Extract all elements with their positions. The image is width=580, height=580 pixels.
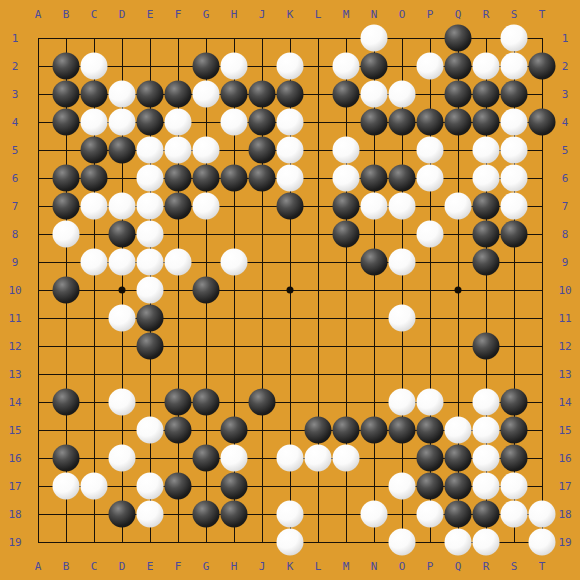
white-stone-l16[interactable] bbox=[305, 445, 332, 472]
row-label-right-11: 11 bbox=[558, 313, 571, 324]
black-stone-k7[interactable] bbox=[277, 193, 304, 220]
row-label-right-4: 4 bbox=[562, 117, 569, 128]
col-label-bottom-m: M bbox=[343, 561, 350, 572]
black-stone-f7[interactable] bbox=[165, 193, 192, 220]
black-stone-d18[interactable] bbox=[109, 501, 136, 528]
white-stone-n3[interactable] bbox=[361, 81, 388, 108]
white-stone-s4[interactable] bbox=[501, 109, 528, 136]
black-stone-m8[interactable] bbox=[333, 221, 360, 248]
white-stone-n18[interactable] bbox=[361, 501, 388, 528]
row-label-right-13: 13 bbox=[558, 369, 571, 380]
white-stone-o7[interactable] bbox=[389, 193, 416, 220]
black-stone-j14[interactable] bbox=[249, 389, 276, 416]
white-stone-d14[interactable] bbox=[109, 389, 136, 416]
col-label-bottom-f: F bbox=[175, 561, 182, 572]
white-stone-o17[interactable] bbox=[389, 473, 416, 500]
col-label-top-a: A bbox=[35, 9, 42, 20]
col-label-bottom-b: B bbox=[63, 561, 70, 572]
white-stone-k4[interactable] bbox=[277, 109, 304, 136]
row-label-right-19: 19 bbox=[558, 537, 571, 548]
black-stone-r9[interactable] bbox=[473, 249, 500, 276]
col-label-top-r: R bbox=[483, 9, 490, 20]
white-stone-k19[interactable] bbox=[277, 529, 304, 556]
white-stone-s7[interactable] bbox=[501, 193, 528, 220]
black-stone-d5[interactable] bbox=[109, 137, 136, 164]
white-stone-e17[interactable] bbox=[137, 473, 164, 500]
white-stone-c7[interactable] bbox=[81, 193, 108, 220]
black-stone-s8[interactable] bbox=[501, 221, 528, 248]
black-stone-p16[interactable] bbox=[417, 445, 444, 472]
black-stone-s15[interactable] bbox=[501, 417, 528, 444]
white-stone-m16[interactable] bbox=[333, 445, 360, 472]
white-stone-s6[interactable] bbox=[501, 165, 528, 192]
black-stone-s14[interactable] bbox=[501, 389, 528, 416]
black-stone-c6[interactable] bbox=[81, 165, 108, 192]
black-stone-r12[interactable] bbox=[473, 333, 500, 360]
black-stone-s3[interactable] bbox=[501, 81, 528, 108]
col-label-bottom-r: R bbox=[483, 561, 490, 572]
col-label-top-c: C bbox=[91, 9, 98, 20]
black-stone-o6[interactable] bbox=[389, 165, 416, 192]
row-label-right-6: 6 bbox=[562, 173, 569, 184]
white-stone-e7[interactable] bbox=[137, 193, 164, 220]
black-stone-n4[interactable] bbox=[361, 109, 388, 136]
black-stone-g18[interactable] bbox=[193, 501, 220, 528]
white-stone-k16[interactable] bbox=[277, 445, 304, 472]
row-label-right-3: 3 bbox=[562, 89, 569, 100]
black-stone-r8[interactable] bbox=[473, 221, 500, 248]
white-stone-q15[interactable] bbox=[445, 417, 472, 444]
col-label-top-m: M bbox=[343, 9, 350, 20]
row-label-right-9: 9 bbox=[562, 257, 569, 268]
col-label-bottom-n: N bbox=[371, 561, 378, 572]
row-label-left-18: 18 bbox=[8, 509, 21, 520]
white-stone-k6[interactable] bbox=[277, 165, 304, 192]
black-stone-j6[interactable] bbox=[249, 165, 276, 192]
black-stone-f14[interactable] bbox=[165, 389, 192, 416]
white-stone-e6[interactable] bbox=[137, 165, 164, 192]
row-label-right-2: 2 bbox=[562, 61, 569, 72]
white-stone-q7[interactable] bbox=[445, 193, 472, 220]
black-stone-g14[interactable] bbox=[193, 389, 220, 416]
white-stone-p6[interactable] bbox=[417, 165, 444, 192]
white-stone-o19[interactable] bbox=[389, 529, 416, 556]
row-label-left-8: 8 bbox=[12, 229, 19, 240]
white-stone-s5[interactable] bbox=[501, 137, 528, 164]
black-stone-q1[interactable] bbox=[445, 25, 472, 52]
col-label-bottom-q: Q bbox=[455, 561, 462, 572]
black-stone-f15[interactable] bbox=[165, 417, 192, 444]
white-stone-r6[interactable] bbox=[473, 165, 500, 192]
row-label-left-17: 17 bbox=[8, 481, 21, 492]
col-label-bottom-t: T bbox=[539, 561, 546, 572]
white-stone-h16[interactable] bbox=[221, 445, 248, 472]
row-label-right-17: 17 bbox=[558, 481, 571, 492]
white-stone-p2[interactable] bbox=[417, 53, 444, 80]
col-label-bottom-s: S bbox=[511, 561, 518, 572]
black-stone-o15[interactable] bbox=[389, 417, 416, 444]
white-stone-s18[interactable] bbox=[501, 501, 528, 528]
black-stone-n2[interactable] bbox=[361, 53, 388, 80]
black-stone-t4[interactable] bbox=[529, 109, 556, 136]
white-stone-p18[interactable] bbox=[417, 501, 444, 528]
row-label-left-12: 12 bbox=[8, 341, 21, 352]
white-stone-e9[interactable] bbox=[137, 249, 164, 276]
col-label-bottom-d: D bbox=[119, 561, 126, 572]
black-stone-h3[interactable] bbox=[221, 81, 248, 108]
white-stone-d11[interactable] bbox=[109, 305, 136, 332]
col-label-top-o: O bbox=[399, 9, 406, 20]
col-label-top-b: B bbox=[63, 9, 70, 20]
go-board[interactable]: AABBCCDDEEFFGGHHJJKKLLMMNNOOPPQQRRSSTT11… bbox=[0, 0, 580, 580]
white-stone-m2[interactable] bbox=[333, 53, 360, 80]
row-label-right-1: 1 bbox=[562, 33, 569, 44]
col-label-top-s: S bbox=[511, 9, 518, 20]
col-label-top-q: Q bbox=[455, 9, 462, 20]
row-label-right-16: 16 bbox=[558, 453, 571, 464]
star-point-q10 bbox=[455, 287, 462, 294]
black-stone-b14[interactable] bbox=[53, 389, 80, 416]
row-label-left-1: 1 bbox=[12, 33, 19, 44]
black-stone-d8[interactable] bbox=[109, 221, 136, 248]
row-label-right-5: 5 bbox=[562, 145, 569, 156]
white-stone-k18[interactable] bbox=[277, 501, 304, 528]
row-label-left-4: 4 bbox=[12, 117, 19, 128]
black-stone-f3[interactable] bbox=[165, 81, 192, 108]
col-label-bottom-o: O bbox=[399, 561, 406, 572]
black-stone-h18[interactable] bbox=[221, 501, 248, 528]
col-label-top-j: J bbox=[259, 9, 266, 20]
white-stone-c17[interactable] bbox=[81, 473, 108, 500]
black-stone-n15[interactable] bbox=[361, 417, 388, 444]
white-stone-o11[interactable] bbox=[389, 305, 416, 332]
white-stone-b17[interactable] bbox=[53, 473, 80, 500]
white-stone-e10[interactable] bbox=[137, 277, 164, 304]
row-label-left-5: 5 bbox=[12, 145, 19, 156]
black-stone-t2[interactable] bbox=[529, 53, 556, 80]
black-stone-h15[interactable] bbox=[221, 417, 248, 444]
white-stone-c9[interactable] bbox=[81, 249, 108, 276]
white-stone-r14[interactable] bbox=[473, 389, 500, 416]
white-stone-s2[interactable] bbox=[501, 53, 528, 80]
white-stone-h9[interactable] bbox=[221, 249, 248, 276]
black-stone-q3[interactable] bbox=[445, 81, 472, 108]
row-label-left-16: 16 bbox=[8, 453, 21, 464]
black-stone-q17[interactable] bbox=[445, 473, 472, 500]
white-stone-o3[interactable] bbox=[389, 81, 416, 108]
col-label-bottom-c: C bbox=[91, 561, 98, 572]
row-label-right-14: 14 bbox=[558, 397, 571, 408]
white-stone-p14[interactable] bbox=[417, 389, 444, 416]
row-label-left-19: 19 bbox=[8, 537, 21, 548]
white-stone-s1[interactable] bbox=[501, 25, 528, 52]
black-stone-e12[interactable] bbox=[137, 333, 164, 360]
col-label-top-l: L bbox=[315, 9, 322, 20]
row-label-left-7: 7 bbox=[12, 201, 19, 212]
black-stone-g2[interactable] bbox=[193, 53, 220, 80]
row-label-right-18: 18 bbox=[558, 509, 571, 520]
col-label-bottom-k: K bbox=[287, 561, 294, 572]
col-label-bottom-g: G bbox=[203, 561, 210, 572]
white-stone-r17[interactable] bbox=[473, 473, 500, 500]
white-stone-q19[interactable] bbox=[445, 529, 472, 556]
white-stone-n7[interactable] bbox=[361, 193, 388, 220]
white-stone-m5[interactable] bbox=[333, 137, 360, 164]
row-label-left-14: 14 bbox=[8, 397, 21, 408]
black-stone-g6[interactable] bbox=[193, 165, 220, 192]
white-stone-e8[interactable] bbox=[137, 221, 164, 248]
col-label-top-h: H bbox=[231, 9, 238, 20]
black-stone-r3[interactable] bbox=[473, 81, 500, 108]
white-stone-m6[interactable] bbox=[333, 165, 360, 192]
black-stone-b6[interactable] bbox=[53, 165, 80, 192]
black-stone-r7[interactable] bbox=[473, 193, 500, 220]
black-stone-b2[interactable] bbox=[53, 53, 80, 80]
white-stone-k5[interactable] bbox=[277, 137, 304, 164]
white-stone-c2[interactable] bbox=[81, 53, 108, 80]
white-stone-r16[interactable] bbox=[473, 445, 500, 472]
black-stone-m15[interactable] bbox=[333, 417, 360, 444]
grid-line-horizontal bbox=[38, 346, 543, 347]
white-stone-c4[interactable] bbox=[81, 109, 108, 136]
white-stone-f4[interactable] bbox=[165, 109, 192, 136]
black-stone-e3[interactable] bbox=[137, 81, 164, 108]
white-stone-b8[interactable] bbox=[53, 221, 80, 248]
row-label-left-9: 9 bbox=[12, 257, 19, 268]
col-label-top-e: E bbox=[147, 9, 154, 20]
row-label-left-13: 13 bbox=[8, 369, 21, 380]
black-stone-q2[interactable] bbox=[445, 53, 472, 80]
black-stone-b16[interactable] bbox=[53, 445, 80, 472]
col-label-top-g: G bbox=[203, 9, 210, 20]
black-stone-n6[interactable] bbox=[361, 165, 388, 192]
black-stone-j4[interactable] bbox=[249, 109, 276, 136]
col-label-bottom-a: A bbox=[35, 561, 42, 572]
row-label-left-15: 15 bbox=[8, 425, 21, 436]
white-stone-p8[interactable] bbox=[417, 221, 444, 248]
black-stone-f17[interactable] bbox=[165, 473, 192, 500]
col-label-bottom-l: L bbox=[315, 561, 322, 572]
grid-line-horizontal bbox=[38, 374, 543, 375]
white-stone-g3[interactable] bbox=[193, 81, 220, 108]
black-stone-m7[interactable] bbox=[333, 193, 360, 220]
white-stone-r15[interactable] bbox=[473, 417, 500, 444]
black-stone-s16[interactable] bbox=[501, 445, 528, 472]
col-label-bottom-j: J bbox=[259, 561, 266, 572]
black-stone-r4[interactable] bbox=[473, 109, 500, 136]
white-stone-g7[interactable] bbox=[193, 193, 220, 220]
white-stone-f9[interactable] bbox=[165, 249, 192, 276]
row-label-right-7: 7 bbox=[562, 201, 569, 212]
row-label-right-10: 10 bbox=[558, 285, 571, 296]
row-label-right-15: 15 bbox=[558, 425, 571, 436]
white-stone-s17[interactable] bbox=[501, 473, 528, 500]
white-stone-o9[interactable] bbox=[389, 249, 416, 276]
row-label-left-2: 2 bbox=[12, 61, 19, 72]
black-stone-o4[interactable] bbox=[389, 109, 416, 136]
black-stone-b3[interactable] bbox=[53, 81, 80, 108]
black-stone-b4[interactable] bbox=[53, 109, 80, 136]
black-stone-c3[interactable] bbox=[81, 81, 108, 108]
black-stone-k3[interactable] bbox=[277, 81, 304, 108]
col-label-bottom-p: P bbox=[427, 561, 434, 572]
black-stone-c5[interactable] bbox=[81, 137, 108, 164]
white-stone-h4[interactable] bbox=[221, 109, 248, 136]
white-stone-d7[interactable] bbox=[109, 193, 136, 220]
row-label-left-10: 10 bbox=[8, 285, 21, 296]
col-label-top-d: D bbox=[119, 9, 126, 20]
black-stone-q4[interactable] bbox=[445, 109, 472, 136]
row-label-left-11: 11 bbox=[8, 313, 21, 324]
black-stone-g16[interactable] bbox=[193, 445, 220, 472]
white-stone-e15[interactable] bbox=[137, 417, 164, 444]
col-label-top-n: N bbox=[371, 9, 378, 20]
white-stone-k2[interactable] bbox=[277, 53, 304, 80]
black-stone-e4[interactable] bbox=[137, 109, 164, 136]
white-stone-g5[interactable] bbox=[193, 137, 220, 164]
white-stone-o14[interactable] bbox=[389, 389, 416, 416]
black-stone-h6[interactable] bbox=[221, 165, 248, 192]
white-stone-e18[interactable] bbox=[137, 501, 164, 528]
white-stone-n1[interactable] bbox=[361, 25, 388, 52]
black-stone-h17[interactable] bbox=[221, 473, 248, 500]
black-stone-b10[interactable] bbox=[53, 277, 80, 304]
white-stone-d9[interactable] bbox=[109, 249, 136, 276]
white-stone-e5[interactable] bbox=[137, 137, 164, 164]
col-label-top-f: F bbox=[175, 9, 182, 20]
black-stone-l15[interactable] bbox=[305, 417, 332, 444]
black-stone-g10[interactable] bbox=[193, 277, 220, 304]
black-stone-p15[interactable] bbox=[417, 417, 444, 444]
col-label-bottom-h: H bbox=[231, 561, 238, 572]
row-label-left-6: 6 bbox=[12, 173, 19, 184]
star-point-d10 bbox=[119, 287, 126, 294]
black-stone-e11[interactable] bbox=[137, 305, 164, 332]
black-stone-q18[interactable] bbox=[445, 501, 472, 528]
black-stone-r18[interactable] bbox=[473, 501, 500, 528]
black-stone-f6[interactable] bbox=[165, 165, 192, 192]
white-stone-p5[interactable] bbox=[417, 137, 444, 164]
white-stone-r19[interactable] bbox=[473, 529, 500, 556]
white-stone-d16[interactable] bbox=[109, 445, 136, 472]
white-stone-d4[interactable] bbox=[109, 109, 136, 136]
black-stone-j3[interactable] bbox=[249, 81, 276, 108]
row-label-right-8: 8 bbox=[562, 229, 569, 240]
black-stone-n9[interactable] bbox=[361, 249, 388, 276]
row-label-left-3: 3 bbox=[12, 89, 19, 100]
black-stone-m3[interactable] bbox=[333, 81, 360, 108]
white-stone-r2[interactable] bbox=[473, 53, 500, 80]
white-stone-d3[interactable] bbox=[109, 81, 136, 108]
white-stone-t18[interactable] bbox=[529, 501, 556, 528]
black-stone-q16[interactable] bbox=[445, 445, 472, 472]
white-stone-h2[interactable] bbox=[221, 53, 248, 80]
col-label-top-k: K bbox=[287, 9, 294, 20]
star-point-k10 bbox=[287, 287, 294, 294]
white-stone-f5[interactable] bbox=[165, 137, 192, 164]
white-stone-r5[interactable] bbox=[473, 137, 500, 164]
col-label-bottom-e: E bbox=[147, 561, 154, 572]
black-stone-p4[interactable] bbox=[417, 109, 444, 136]
col-label-top-p: P bbox=[427, 9, 434, 20]
row-label-right-12: 12 bbox=[558, 341, 571, 352]
black-stone-b7[interactable] bbox=[53, 193, 80, 220]
col-label-top-t: T bbox=[539, 9, 546, 20]
white-stone-t19[interactable] bbox=[529, 529, 556, 556]
black-stone-p17[interactable] bbox=[417, 473, 444, 500]
black-stone-j5[interactable] bbox=[249, 137, 276, 164]
